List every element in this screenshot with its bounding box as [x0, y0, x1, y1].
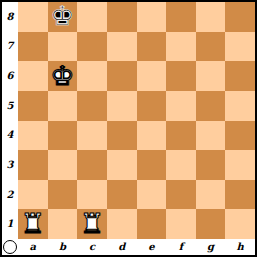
- rank-labels: 87654321: [2, 2, 18, 239]
- piece-black-king[interactable]: ♚: [50, 2, 74, 29]
- square-e6[interactable]: [137, 61, 167, 91]
- square-d1[interactable]: [107, 209, 137, 239]
- square-a5[interactable]: [18, 91, 48, 121]
- square-a2[interactable]: [18, 180, 48, 210]
- file-label-e: e: [137, 239, 167, 255]
- file-label-f: f: [166, 239, 196, 255]
- rank-label-2: 2: [2, 180, 18, 210]
- square-f5[interactable]: [166, 91, 196, 121]
- square-d8[interactable]: [107, 2, 137, 32]
- square-g7[interactable]: [196, 32, 226, 62]
- square-b5[interactable]: [48, 91, 78, 121]
- square-c8[interactable]: [77, 2, 107, 32]
- square-a1[interactable]: ♜: [18, 209, 48, 239]
- square-g3[interactable]: [196, 150, 226, 180]
- square-h2[interactable]: [225, 180, 255, 210]
- rank-label-5: 5: [2, 91, 18, 121]
- square-e5[interactable]: [137, 91, 167, 121]
- rank-label-1: 1: [2, 209, 18, 239]
- square-h8[interactable]: [225, 2, 255, 32]
- square-a8[interactable]: [18, 2, 48, 32]
- square-c2[interactable]: [77, 180, 107, 210]
- square-e7[interactable]: [137, 32, 167, 62]
- square-a4[interactable]: [18, 121, 48, 151]
- chess-diagram: 87654321 ♚♚♜♜ abcdefgh: [0, 0, 257, 257]
- square-d4[interactable]: [107, 121, 137, 151]
- square-g8[interactable]: [196, 2, 226, 32]
- square-d5[interactable]: [107, 91, 137, 121]
- square-h6[interactable]: [225, 61, 255, 91]
- square-c1[interactable]: ♜: [77, 209, 107, 239]
- square-g6[interactable]: [196, 61, 226, 91]
- square-f4[interactable]: [166, 121, 196, 151]
- square-e3[interactable]: [137, 150, 167, 180]
- square-b2[interactable]: [48, 180, 78, 210]
- square-e4[interactable]: [137, 121, 167, 151]
- square-f2[interactable]: [166, 180, 196, 210]
- square-a3[interactable]: [18, 150, 48, 180]
- square-c5[interactable]: [77, 91, 107, 121]
- square-h1[interactable]: [225, 209, 255, 239]
- rank-label-6: 6: [2, 61, 18, 91]
- square-h7[interactable]: [225, 32, 255, 62]
- rank-label-7: 7: [2, 32, 18, 62]
- square-d2[interactable]: [107, 180, 137, 210]
- chess-board: ♚♚♜♜: [18, 2, 255, 239]
- square-e8[interactable]: [137, 2, 167, 32]
- square-d7[interactable]: [107, 32, 137, 62]
- square-a6[interactable]: [18, 61, 48, 91]
- square-e1[interactable]: [137, 209, 167, 239]
- square-d3[interactable]: [107, 150, 137, 180]
- square-a7[interactable]: [18, 32, 48, 62]
- file-label-c: c: [77, 239, 107, 255]
- square-f8[interactable]: [166, 2, 196, 32]
- square-g1[interactable]: [196, 209, 226, 239]
- file-label-a: a: [18, 239, 48, 255]
- square-f3[interactable]: [166, 150, 196, 180]
- piece-white-rook[interactable]: ♜: [80, 210, 104, 237]
- piece-white-king[interactable]: ♚: [50, 62, 74, 89]
- square-h5[interactable]: [225, 91, 255, 121]
- piece-white-rook[interactable]: ♜: [21, 210, 45, 237]
- square-d6[interactable]: [107, 61, 137, 91]
- square-h3[interactable]: [225, 150, 255, 180]
- file-label-g: g: [196, 239, 226, 255]
- square-g4[interactable]: [196, 121, 226, 151]
- file-label-d: d: [107, 239, 137, 255]
- square-c6[interactable]: [77, 61, 107, 91]
- square-f1[interactable]: [166, 209, 196, 239]
- move-indicator-corner: [2, 239, 18, 255]
- rank-label-3: 3: [2, 150, 18, 180]
- white-to-move-indicator-icon: [3, 240, 17, 254]
- square-f7[interactable]: [166, 32, 196, 62]
- file-label-h: h: [225, 239, 255, 255]
- square-f6[interactable]: [166, 61, 196, 91]
- square-e2[interactable]: [137, 180, 167, 210]
- square-c3[interactable]: [77, 150, 107, 180]
- square-h4[interactable]: [225, 121, 255, 151]
- file-label-b: b: [48, 239, 78, 255]
- square-b8[interactable]: ♚: [48, 2, 78, 32]
- file-labels: abcdefgh: [18, 239, 255, 255]
- square-b6[interactable]: ♚: [48, 61, 78, 91]
- square-b3[interactable]: [48, 150, 78, 180]
- rank-label-8: 8: [2, 2, 18, 32]
- square-g5[interactable]: [196, 91, 226, 121]
- square-b7[interactable]: [48, 32, 78, 62]
- rank-label-4: 4: [2, 121, 18, 151]
- square-b4[interactable]: [48, 121, 78, 151]
- square-c7[interactable]: [77, 32, 107, 62]
- square-c4[interactable]: [77, 121, 107, 151]
- square-g2[interactable]: [196, 180, 226, 210]
- square-b1[interactable]: [48, 209, 78, 239]
